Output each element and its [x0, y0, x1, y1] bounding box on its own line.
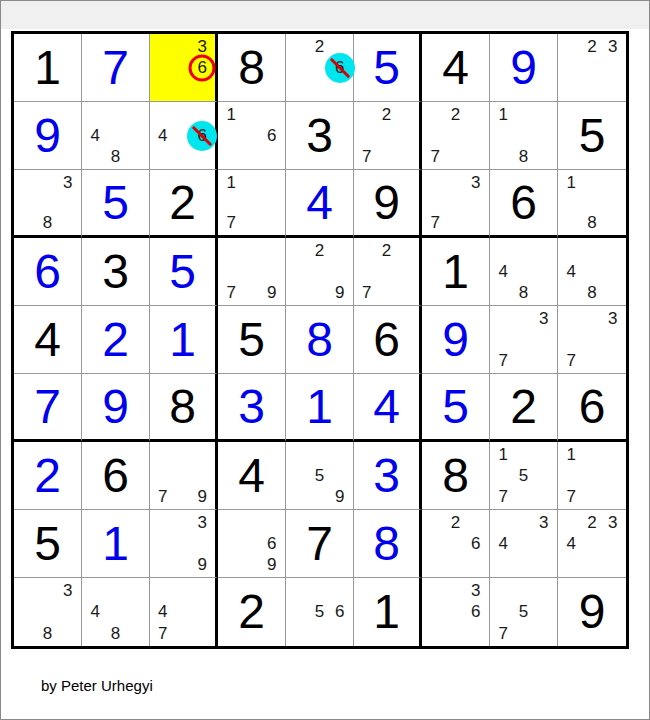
- pencil-mark-7: 7: [561, 350, 582, 371]
- pencil-marks: 17: [218, 170, 285, 235]
- cell-r7c7[interactable]: 8: [422, 442, 490, 510]
- pencil-mark-6: 6: [330, 601, 350, 622]
- cell-r8c6[interactable]: 8: [354, 510, 422, 578]
- pencil-marks: 57: [490, 578, 557, 646]
- cell-r6c6[interactable]: 4: [354, 374, 422, 442]
- solved-digit: 1: [150, 306, 215, 373]
- pencil-mark-9: 9: [330, 486, 350, 507]
- pencil-marks: 27: [422, 102, 489, 169]
- cell-r3c6[interactable]: 9: [354, 170, 422, 238]
- pencil-mark-2: 2: [377, 104, 397, 125]
- pencil-mark-1: 1: [561, 444, 582, 465]
- cell-r1c3[interactable]: 36: [150, 34, 218, 102]
- given-digit: 6: [82, 442, 149, 509]
- cell-r6c7[interactable]: 5: [422, 374, 490, 442]
- solved-digit: 8: [286, 306, 353, 373]
- cell-r6c5[interactable]: 1: [286, 374, 354, 442]
- cell-r4c4[interactable]: 79: [218, 238, 286, 306]
- pencil-marks: 26: [422, 510, 489, 577]
- pencil-mark-1: 1: [493, 444, 513, 465]
- pencil-marks: 38: [14, 170, 81, 235]
- given-digit: 6: [558, 374, 626, 439]
- cell-r2c4[interactable]: 16: [218, 102, 286, 170]
- cell-r2c9[interactable]: 5: [558, 102, 626, 170]
- pencil-mark-2: 2: [445, 104, 465, 125]
- cell-r2c8[interactable]: 18: [490, 102, 558, 170]
- cell-r8c2[interactable]: 1: [82, 510, 150, 578]
- pencil-mark-1: 1: [561, 172, 582, 192]
- pencil-mark-3: 3: [534, 308, 554, 329]
- cell-r7c3[interactable]: 79: [150, 442, 218, 510]
- pencil-marks: 157: [490, 442, 557, 509]
- pencil-mark-4: 4: [493, 261, 513, 282]
- pencil-marks: 27: [354, 238, 419, 305]
- pencil-marks: 48: [558, 238, 626, 305]
- cell-r9c4[interactable]: 2: [218, 578, 286, 646]
- cell-r7c6[interactable]: 3: [354, 442, 422, 510]
- header-bar: [1, 1, 649, 29]
- pencil-mark-3: 3: [534, 512, 554, 533]
- pencil-marks: 29: [286, 238, 353, 305]
- pencil-mark-2: 2: [377, 240, 397, 261]
- cell-r6c2[interactable]: 9: [82, 374, 150, 442]
- given-digit: 1: [422, 238, 489, 305]
- pencil-mark-7: 7: [153, 623, 173, 644]
- pencil-mark-9: 9: [262, 282, 282, 303]
- pencil-mark-5: 5: [513, 465, 533, 486]
- solved-digit: 3: [354, 442, 419, 509]
- given-digit: 1: [354, 578, 419, 646]
- pencil-marks: 37: [490, 306, 557, 373]
- given-digit: 6: [490, 170, 557, 235]
- pencil-mark-5: 5: [309, 601, 329, 622]
- cell-r2c3[interactable]: 46: [150, 102, 218, 170]
- cell-r2c2[interactable]: 48: [82, 102, 150, 170]
- cell-r7c1[interactable]: 2: [14, 442, 82, 510]
- cell-r4c7[interactable]: 1: [422, 238, 490, 306]
- cell-r1c2[interactable]: 7: [82, 34, 150, 102]
- pencil-mark-8: 8: [582, 282, 603, 303]
- pencil-mark-3: 3: [602, 36, 623, 57]
- cell-r1c6[interactable]: 5: [354, 34, 422, 102]
- cell-r5c7[interactable]: 9: [422, 306, 490, 374]
- pencil-mark-5: 5: [513, 601, 533, 622]
- pencil-mark-4: 4: [493, 533, 513, 554]
- cell-r6c4[interactable]: 3: [218, 374, 286, 442]
- pencil-mark-6: 6: [262, 125, 282, 146]
- given-digit: 3: [82, 238, 149, 305]
- cell-r4c2[interactable]: 3: [82, 238, 150, 306]
- pencil-marks: 46: [150, 102, 215, 169]
- pencil-mark-4: 4: [85, 601, 105, 622]
- pencil-mark-6-cyan-strike: 6: [330, 57, 350, 78]
- solved-digit: 5: [354, 34, 419, 101]
- cell-r5c2[interactable]: 2: [82, 306, 150, 374]
- cell-r3c2[interactable]: 5: [82, 170, 150, 238]
- given-digit: 2: [150, 170, 215, 235]
- pencil-mark-8: 8: [37, 623, 57, 644]
- sudoku-board: 1736826549239484616327271853852174937618…: [11, 31, 629, 649]
- cell-r5c5[interactable]: 8: [286, 306, 354, 374]
- pencil-mark-8: 8: [513, 146, 533, 167]
- given-digit: 9: [558, 578, 626, 646]
- pencil-mark-7: 7: [493, 486, 513, 507]
- pencil-mark-3: 3: [466, 172, 486, 192]
- given-digit: 2: [490, 374, 557, 439]
- pencil-marks: 69: [218, 510, 285, 577]
- pencil-mark-4: 4: [561, 533, 582, 554]
- solved-digit: 1: [286, 374, 353, 439]
- cell-r7c9[interactable]: 17: [558, 442, 626, 510]
- pencil-mark-4: 4: [561, 261, 582, 282]
- pencil-marks: 18: [558, 170, 626, 235]
- cell-r7c5[interactable]: 59: [286, 442, 354, 510]
- pencil-marks: 27: [354, 102, 419, 169]
- pencil-marks: 48: [490, 238, 557, 305]
- cell-r5c1[interactable]: 4: [14, 306, 82, 374]
- pencil-mark-3: 3: [192, 512, 212, 533]
- solved-digit: 6: [14, 238, 81, 305]
- cell-r1c1[interactable]: 1: [14, 34, 82, 102]
- cell-r2c7[interactable]: 27: [422, 102, 490, 170]
- pencil-mark-7: 7: [221, 282, 241, 303]
- pencil-marks: 234: [558, 510, 626, 577]
- pencil-mark-8: 8: [582, 213, 603, 233]
- given-digit: 1: [14, 34, 81, 101]
- cell-r3c8[interactable]: 6: [490, 170, 558, 238]
- author-credit: by Peter Urhegyi: [41, 677, 153, 694]
- pencil-mark-1: 1: [221, 104, 241, 125]
- cell-r4c8[interactable]: 48: [490, 238, 558, 306]
- pencil-mark-8: 8: [105, 623, 125, 644]
- pencil-mark-7: 7: [493, 350, 513, 371]
- pencil-marks: 48: [82, 102, 149, 169]
- given-digit: 4: [14, 306, 81, 373]
- cell-r7c8[interactable]: 157: [490, 442, 558, 510]
- pencil-marks: 48: [82, 578, 149, 646]
- pencil-marks: 17: [558, 442, 626, 509]
- pencil-marks: 16: [218, 102, 285, 169]
- cell-r3c1[interactable]: 38: [14, 170, 82, 238]
- given-digit: 7: [286, 510, 353, 577]
- cell-r1c8[interactable]: 9: [490, 34, 558, 102]
- cell-r6c3[interactable]: 8: [150, 374, 218, 442]
- cell-r9c8[interactable]: 57: [490, 578, 558, 646]
- solved-digit: 3: [218, 374, 285, 439]
- cell-r8c1[interactable]: 5: [14, 510, 82, 578]
- cell-r9c3[interactable]: 47: [150, 578, 218, 646]
- pencil-mark-3: 3: [58, 580, 78, 601]
- pencil-mark-6: 6: [466, 533, 486, 554]
- cell-r1c4[interactable]: 8: [218, 34, 286, 102]
- cell-r7c4[interactable]: 4: [218, 442, 286, 510]
- cell-r8c3[interactable]: 39: [150, 510, 218, 578]
- pencil-mark-7: 7: [357, 282, 377, 303]
- pencil-marks: 36: [150, 34, 215, 101]
- given-digit: 9: [354, 170, 419, 235]
- solved-digit: 1: [82, 510, 149, 577]
- pencil-mark-9: 9: [192, 554, 212, 575]
- pencil-mark-4: 4: [153, 601, 173, 622]
- pencil-marks: 18: [490, 102, 557, 169]
- pencil-marks: 38: [14, 578, 81, 646]
- pencil-mark-8: 8: [105, 146, 125, 167]
- pencil-mark-7: 7: [153, 486, 173, 507]
- cell-r5c6[interactable]: 6: [354, 306, 422, 374]
- cell-r6c8[interactable]: 2: [490, 374, 558, 442]
- solved-digit: 9: [82, 374, 149, 439]
- cell-r4c9[interactable]: 48: [558, 238, 626, 306]
- given-digit: 5: [558, 102, 626, 169]
- pencil-marks: 59: [286, 442, 353, 509]
- cell-r3c5[interactable]: 4: [286, 170, 354, 238]
- cell-r2c1[interactable]: 9: [14, 102, 82, 170]
- pencil-mark-6-red-ring: 6: [192, 57, 212, 78]
- pencil-marks: 37: [422, 170, 489, 235]
- cell-r8c4[interactable]: 69: [218, 510, 286, 578]
- pencil-marks: 39: [150, 510, 215, 577]
- app-window: 1736826549239484616327271853852174937618…: [0, 0, 650, 720]
- solved-digit: 5: [422, 374, 489, 439]
- pencil-marks: 56: [286, 578, 353, 646]
- pencil-mark-6-cyan-strike: 6: [192, 125, 212, 146]
- cell-r5c4[interactable]: 5: [218, 306, 286, 374]
- cell-r1c9[interactable]: 23: [558, 34, 626, 102]
- pencil-mark-7: 7: [357, 146, 377, 167]
- cell-r8c9[interactable]: 234: [558, 510, 626, 578]
- cell-r2c5[interactable]: 3: [286, 102, 354, 170]
- pencil-mark-2: 2: [309, 36, 329, 57]
- solved-digit: 7: [14, 374, 81, 439]
- pencil-mark-7: 7: [561, 486, 582, 507]
- pencil-mark-7: 7: [425, 146, 445, 167]
- given-digit: 8: [218, 34, 285, 101]
- pencil-marks: 79: [218, 238, 285, 305]
- pencil-mark-5: 5: [309, 465, 329, 486]
- cell-r1c5[interactable]: 26: [286, 34, 354, 102]
- pencil-marks: 34: [490, 510, 557, 577]
- pencil-mark-2: 2: [309, 240, 329, 261]
- pencil-mark-7: 7: [425, 213, 445, 233]
- cell-r8c5[interactable]: 7: [286, 510, 354, 578]
- pencil-mark-3: 3: [58, 172, 78, 192]
- pencil-mark-4: 4: [85, 125, 105, 146]
- pencil-mark-2: 2: [582, 512, 603, 533]
- pencil-mark-4: 4: [153, 125, 173, 146]
- given-digit: 2: [218, 578, 285, 646]
- pencil-mark-7: 7: [221, 213, 241, 233]
- pencil-mark-3: 3: [466, 580, 486, 601]
- given-digit: 3: [286, 102, 353, 169]
- cell-r6c1[interactable]: 7: [14, 374, 82, 442]
- given-digit: 8: [150, 374, 215, 439]
- pencil-mark-2: 2: [582, 36, 603, 57]
- pencil-mark-9: 9: [192, 486, 212, 507]
- given-digit: 4: [218, 442, 285, 509]
- pencil-marks: 37: [558, 306, 626, 373]
- cell-r4c1[interactable]: 6: [14, 238, 82, 306]
- cell-r9c2[interactable]: 48: [82, 578, 150, 646]
- pencil-mark-6: 6: [466, 601, 486, 622]
- cell-r3c3[interactable]: 2: [150, 170, 218, 238]
- given-digit: 5: [14, 510, 81, 577]
- pencil-mark-1: 1: [221, 172, 241, 192]
- cell-r6c9[interactable]: 6: [558, 374, 626, 442]
- given-digit: 5: [218, 306, 285, 373]
- solved-digit: 9: [14, 102, 81, 169]
- cell-r5c3[interactable]: 1: [150, 306, 218, 374]
- cell-r4c5[interactable]: 29: [286, 238, 354, 306]
- solved-digit: 4: [354, 374, 419, 439]
- cell-r3c4[interactable]: 17: [218, 170, 286, 238]
- pencil-mark-3: 3: [602, 512, 623, 533]
- cell-r9c1[interactable]: 38: [14, 578, 82, 646]
- pencil-mark-7: 7: [493, 623, 513, 644]
- pencil-marks: 47: [150, 578, 215, 646]
- cell-r3c9[interactable]: 18: [558, 170, 626, 238]
- cell-r5c9[interactable]: 37: [558, 306, 626, 374]
- pencil-mark-8: 8: [37, 213, 57, 233]
- cell-r8c8[interactable]: 34: [490, 510, 558, 578]
- given-digit: 6: [354, 306, 419, 373]
- solved-digit: 2: [82, 306, 149, 373]
- cell-r9c7[interactable]: 36: [422, 578, 490, 646]
- pencil-mark-3: 3: [602, 308, 623, 329]
- pencil-mark-6: 6: [262, 533, 282, 554]
- solved-digit: 5: [150, 238, 215, 305]
- cell-r1c7[interactable]: 4: [422, 34, 490, 102]
- cell-r9c9[interactable]: 9: [558, 578, 626, 646]
- cell-r9c5[interactable]: 56: [286, 578, 354, 646]
- pencil-mark-1: 1: [493, 104, 513, 125]
- cell-r5c8[interactable]: 37: [490, 306, 558, 374]
- given-digit: 4: [422, 34, 489, 101]
- pencil-marks: 79: [150, 442, 215, 509]
- cell-r2c6[interactable]: 27: [354, 102, 422, 170]
- pencil-marks: 36: [422, 578, 489, 646]
- cell-r8c7[interactable]: 26: [422, 510, 490, 578]
- solved-digit: 9: [422, 306, 489, 373]
- pencil-mark-9: 9: [262, 554, 282, 575]
- cell-r4c6[interactable]: 27: [354, 238, 422, 306]
- cell-r4c3[interactable]: 5: [150, 238, 218, 306]
- solved-digit: 9: [490, 34, 557, 101]
- solved-digit: 5: [82, 170, 149, 235]
- pencil-mark-9: 9: [330, 282, 350, 303]
- pencil-mark-8: 8: [513, 282, 533, 303]
- given-digit: 8: [422, 442, 489, 509]
- solved-digit: 4: [286, 170, 353, 235]
- cell-r3c7[interactable]: 37: [422, 170, 490, 238]
- cell-r9c6[interactable]: 1: [354, 578, 422, 646]
- pencil-marks: 26: [286, 34, 353, 101]
- solved-digit: 2: [14, 442, 81, 509]
- solved-digit: 7: [82, 34, 149, 101]
- solved-digit: 8: [354, 510, 419, 577]
- pencil-marks: 23: [558, 34, 626, 101]
- cell-r7c2[interactable]: 6: [82, 442, 150, 510]
- pencil-mark-2: 2: [445, 512, 465, 533]
